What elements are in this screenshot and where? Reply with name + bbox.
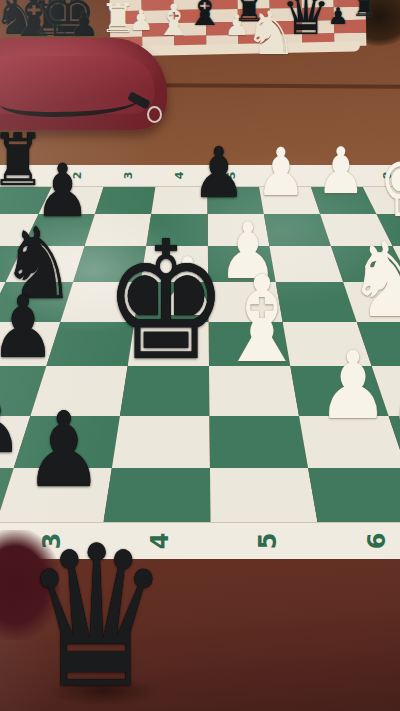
white-knight-e2[interactable]: ♞	[343, 240, 400, 321]
white-pawn-h2[interactable]: ♟	[314, 147, 368, 197]
far-coordinate-label: 3	[122, 172, 135, 180]
square-b5[interactable]	[112, 416, 210, 468]
square-a3[interactable]	[308, 468, 400, 522]
white-king-g1[interactable]: ♚	[373, 147, 400, 220]
bag-zipper-ring	[147, 106, 162, 123]
white-pawn-c3[interactable]: ♟	[313, 349, 393, 422]
black-queen-captured[interactable]: ♛	[13, 542, 179, 694]
square-b4[interactable]	[209, 416, 308, 468]
photo-scene: ♜♟♝♝♟♜♞♛♟♜♞♝♜♚♟ 234583456 ♜♟♟♟♚♟♟♞♟♞♟♚♝♟…	[0, 0, 400, 711]
black-queen-background: ♛	[279, 0, 334, 37]
near-coordinate-label: 5	[254, 533, 282, 550]
black-pawn-d7[interactable]: ♟	[0, 294, 60, 361]
black-pawn-background: ♟	[68, 12, 101, 38]
white-pawn-background: ♟	[127, 10, 155, 32]
black-rook-background: ♜	[350, 0, 378, 19]
black-pawn-background: ♟	[327, 7, 350, 25]
table-seam	[152, 83, 400, 89]
white-pawn-c2[interactable]: ♟	[383, 350, 400, 425]
black-bishop-background: ♝	[184, 0, 227, 28]
near-coordinate-label: 6	[363, 533, 391, 550]
white-bishop-d4[interactable]: ♝	[211, 273, 313, 367]
far-coordinate-label: 4	[173, 172, 186, 180]
square-a4[interactable]	[210, 468, 318, 522]
white-pawn-h3[interactable]: ♟	[253, 147, 309, 198]
black-pawn-h4[interactable]: ♟	[189, 146, 249, 201]
black-pawn-a6[interactable]: ♟	[20, 410, 108, 491]
